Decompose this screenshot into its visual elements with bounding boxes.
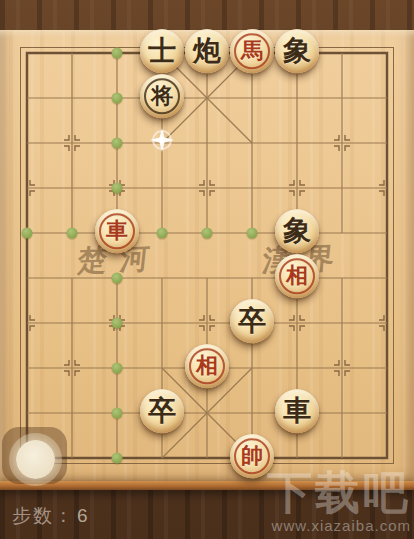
move-hint-dot[interactable]: [157, 228, 168, 239]
piece-black-象[interactable]: 象: [275, 209, 319, 253]
glow-circle-icon: [16, 440, 55, 479]
piece-character: 象: [283, 37, 311, 65]
piece-character: 卒: [148, 397, 176, 425]
piece-black-将[interactable]: 将: [140, 74, 184, 118]
piece-black-象[interactable]: 象: [275, 29, 319, 73]
piece-black-士[interactable]: 士: [140, 29, 184, 73]
xiangqi-game-screen: 楚河 漢界 士炮馬象将車象相卒相卒車帥 步数：6 下载吧 www.xiazaib…: [0, 0, 414, 539]
piece-character: 車: [283, 397, 311, 425]
piece-red-相[interactable]: 相: [185, 344, 229, 388]
piece-character: 車: [106, 220, 128, 242]
move-hint-dot[interactable]: [202, 228, 213, 239]
piece-character: 卒: [238, 307, 266, 335]
move-hint-dot[interactable]: [112, 453, 123, 464]
move-hint-dot[interactable]: [67, 228, 78, 239]
piece-character: 相: [196, 355, 218, 377]
piece-red-馬[interactable]: 馬: [230, 29, 274, 73]
piece-red-帥[interactable]: 帥: [230, 434, 274, 478]
piece-black-車[interactable]: 車: [275, 389, 319, 433]
piece-black-卒[interactable]: 卒: [230, 299, 274, 343]
move-hint-dot[interactable]: [112, 273, 123, 284]
piece-red-車[interactable]: 車: [95, 209, 139, 253]
piece-character: 士: [148, 37, 176, 65]
move-hint-dot[interactable]: [112, 183, 123, 194]
move-hint-dot[interactable]: [112, 363, 123, 374]
move-hint-dot[interactable]: [112, 138, 123, 149]
move-hint-dot[interactable]: [112, 408, 123, 419]
step-counter-label: 步数：: [12, 505, 75, 526]
piece-black-卒[interactable]: 卒: [140, 389, 184, 433]
move-hint-dot[interactable]: [112, 318, 123, 329]
piece-character: 将: [151, 85, 173, 107]
step-counter: 步数：6: [12, 503, 90, 529]
step-counter-value: 6: [77, 505, 90, 526]
move-hint-dot[interactable]: [112, 48, 123, 59]
piece-character: 象: [283, 217, 311, 245]
piece-red-相[interactable]: 相: [275, 254, 319, 298]
piece-character: 帥: [241, 445, 263, 467]
move-hint-dot[interactable]: [112, 93, 123, 104]
piece-black-炮[interactable]: 炮: [185, 29, 229, 73]
move-hint-dot[interactable]: [247, 228, 258, 239]
move-hint-dot[interactable]: [22, 228, 33, 239]
corner-circle-button[interactable]: [2, 427, 67, 484]
piece-character: 相: [286, 265, 308, 287]
piece-character: 炮: [193, 37, 221, 65]
piece-character: 馬: [241, 40, 263, 62]
